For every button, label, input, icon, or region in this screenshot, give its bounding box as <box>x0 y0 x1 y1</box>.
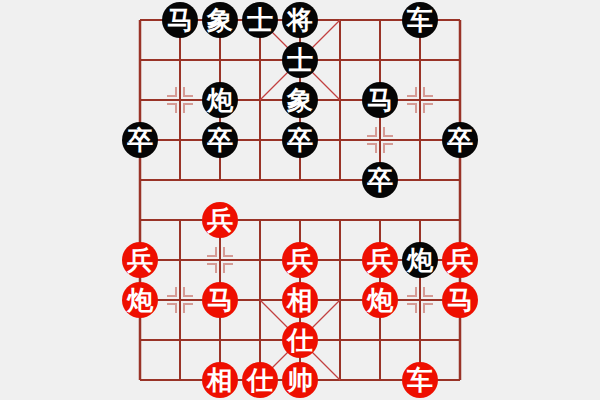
board-point-2-7[interactable]: 马 <box>200 280 240 320</box>
board-point-1-9[interactable] <box>160 360 200 400</box>
board-point-8-5[interactable] <box>440 200 480 240</box>
black-elephant-piece[interactable]: 象 <box>202 2 238 38</box>
board-point-3-8[interactable] <box>240 320 280 360</box>
board-point-7-9[interactable]: 车 <box>400 360 440 400</box>
board-point-6-8[interactable] <box>360 320 400 360</box>
board-point-8-4[interactable] <box>440 160 480 200</box>
board-point-5-2[interactable] <box>320 80 360 120</box>
board-point-2-1[interactable] <box>200 40 240 80</box>
board-point-3-6[interactable] <box>240 240 280 280</box>
red-cannon-piece[interactable]: 炮 <box>122 282 158 318</box>
board-point-0-4[interactable] <box>120 160 160 200</box>
board-point-2-8[interactable] <box>200 320 240 360</box>
board-point-0-0[interactable] <box>120 0 160 40</box>
board-point-1-7[interactable] <box>160 280 200 320</box>
board-point-5-1[interactable] <box>320 40 360 80</box>
red-advisor-piece[interactable]: 仕 <box>242 362 278 398</box>
red-soldier-piece[interactable]: 兵 <box>362 242 398 278</box>
board-point-2-3[interactable]: 卒 <box>200 120 240 160</box>
red-soldier-piece[interactable]: 兵 <box>122 242 158 278</box>
board-point-1-3[interactable] <box>160 120 200 160</box>
black-cannon-piece[interactable]: 炮 <box>402 242 438 278</box>
board-point-2-0[interactable]: 象 <box>200 0 240 40</box>
board-point-5-7[interactable] <box>320 280 360 320</box>
board-point-7-7[interactable] <box>400 280 440 320</box>
black-horse-piece[interactable]: 马 <box>362 82 398 118</box>
board-point-6-7[interactable]: 炮 <box>360 280 400 320</box>
board-point-1-2[interactable] <box>160 80 200 120</box>
board-point-4-6[interactable]: 兵 <box>280 240 320 280</box>
red-cannon-piece[interactable]: 炮 <box>362 282 398 318</box>
board-point-3-2[interactable] <box>240 80 280 120</box>
board-point-2-4[interactable] <box>200 160 240 200</box>
board-point-2-6[interactable] <box>200 240 240 280</box>
red-general-piece[interactable]: 帅 <box>282 362 318 398</box>
red-soldier-piece[interactable]: 兵 <box>202 202 238 238</box>
board-point-4-4[interactable] <box>280 160 320 200</box>
board-point-5-8[interactable] <box>320 320 360 360</box>
red-elephant-piece[interactable]: 相 <box>282 282 318 318</box>
black-soldier-piece[interactable]: 卒 <box>442 122 478 158</box>
board-point-5-3[interactable] <box>320 120 360 160</box>
board-point-1-4[interactable] <box>160 160 200 200</box>
board-point-2-5[interactable]: 兵 <box>200 200 240 240</box>
board-point-6-2[interactable]: 马 <box>360 80 400 120</box>
board-point-8-1[interactable] <box>440 40 480 80</box>
black-soldier-piece[interactable]: 卒 <box>122 122 158 158</box>
board-point-1-1[interactable] <box>160 40 200 80</box>
red-horse-piece[interactable]: 马 <box>442 282 478 318</box>
board-point-4-1[interactable]: 士 <box>280 40 320 80</box>
board-point-8-2[interactable] <box>440 80 480 120</box>
black-elephant-piece[interactable]: 象 <box>282 82 318 118</box>
board-point-6-3[interactable] <box>360 120 400 160</box>
board-point-8-0[interactable] <box>440 0 480 40</box>
board-point-2-9[interactable]: 相 <box>200 360 240 400</box>
board-point-7-5[interactable] <box>400 200 440 240</box>
black-advisor-piece[interactable]: 士 <box>282 42 318 78</box>
board-point-5-6[interactable] <box>320 240 360 280</box>
black-horse-piece[interactable]: 马 <box>162 2 198 38</box>
board-point-7-0[interactable]: 车 <box>400 0 440 40</box>
board-point-5-4[interactable] <box>320 160 360 200</box>
board-point-7-4[interactable] <box>400 160 440 200</box>
board-point-0-3[interactable]: 卒 <box>120 120 160 160</box>
board-point-3-0[interactable]: 士 <box>240 0 280 40</box>
board-point-4-3[interactable]: 卒 <box>280 120 320 160</box>
red-horse-piece[interactable]: 马 <box>202 282 238 318</box>
board-point-0-2[interactable] <box>120 80 160 120</box>
board-point-6-0[interactable] <box>360 0 400 40</box>
board-point-6-4[interactable]: 卒 <box>360 160 400 200</box>
board-point-0-5[interactable] <box>120 200 160 240</box>
board-point-8-9[interactable] <box>440 360 480 400</box>
board-point-8-6[interactable]: 兵 <box>440 240 480 280</box>
board-point-0-6[interactable]: 兵 <box>120 240 160 280</box>
board-point-3-7[interactable] <box>240 280 280 320</box>
red-elephant-piece[interactable]: 相 <box>202 362 238 398</box>
board-point-3-9[interactable]: 仕 <box>240 360 280 400</box>
board-point-3-3[interactable] <box>240 120 280 160</box>
board-point-4-5[interactable] <box>280 200 320 240</box>
board-point-0-8[interactable] <box>120 320 160 360</box>
board-point-0-1[interactable] <box>120 40 160 80</box>
board-point-7-2[interactable] <box>400 80 440 120</box>
board-point-3-5[interactable] <box>240 200 280 240</box>
board-points: 马象士将车士炮象马卒卒卒卒卒兵兵兵兵炮兵炮马相炮马仕相仕帅车 <box>120 0 480 400</box>
board-point-0-7[interactable]: 炮 <box>120 280 160 320</box>
board-point-4-0[interactable]: 将 <box>280 0 320 40</box>
black-soldier-piece[interactable]: 卒 <box>362 162 398 198</box>
black-advisor-piece[interactable]: 士 <box>242 2 278 38</box>
board-point-7-3[interactable] <box>400 120 440 160</box>
board-point-7-1[interactable] <box>400 40 440 80</box>
board-point-3-4[interactable] <box>240 160 280 200</box>
board-point-6-9[interactable] <box>360 360 400 400</box>
board-point-6-1[interactable] <box>360 40 400 80</box>
black-chariot-piece[interactable]: 车 <box>402 2 438 38</box>
board-point-7-8[interactable] <box>400 320 440 360</box>
black-cannon-piece[interactable]: 炮 <box>202 82 238 118</box>
board-point-4-8[interactable]: 仕 <box>280 320 320 360</box>
board-point-8-8[interactable] <box>440 320 480 360</box>
black-soldier-piece[interactable]: 卒 <box>282 122 318 158</box>
board-point-4-9[interactable]: 帅 <box>280 360 320 400</box>
board-point-5-9[interactable] <box>320 360 360 400</box>
board-point-1-6[interactable] <box>160 240 200 280</box>
board-point-0-9[interactable] <box>120 360 160 400</box>
board-point-6-6[interactable]: 兵 <box>360 240 400 280</box>
board-point-5-0[interactable] <box>320 0 360 40</box>
board-point-4-7[interactable]: 相 <box>280 280 320 320</box>
board-point-8-7[interactable]: 马 <box>440 280 480 320</box>
board-point-7-6[interactable]: 炮 <box>400 240 440 280</box>
black-soldier-piece[interactable]: 卒 <box>202 122 238 158</box>
board-point-4-2[interactable]: 象 <box>280 80 320 120</box>
xiangqi-board: 马象士将车士炮象马卒卒卒卒卒兵兵兵兵炮兵炮马相炮马仕相仕帅车 <box>0 0 600 400</box>
red-chariot-piece[interactable]: 车 <box>402 362 438 398</box>
board-point-3-1[interactable] <box>240 40 280 80</box>
board-point-1-8[interactable] <box>160 320 200 360</box>
board-point-1-5[interactable] <box>160 200 200 240</box>
board-point-5-5[interactable] <box>320 200 360 240</box>
red-advisor-piece[interactable]: 仕 <box>282 322 318 358</box>
board-point-1-0[interactable]: 马 <box>160 0 200 40</box>
red-soldier-piece[interactable]: 兵 <box>282 242 318 278</box>
board-point-6-5[interactable] <box>360 200 400 240</box>
board-point-8-3[interactable]: 卒 <box>440 120 480 160</box>
board-point-2-2[interactable]: 炮 <box>200 80 240 120</box>
red-soldier-piece[interactable]: 兵 <box>442 242 478 278</box>
black-general-piece[interactable]: 将 <box>282 2 318 38</box>
